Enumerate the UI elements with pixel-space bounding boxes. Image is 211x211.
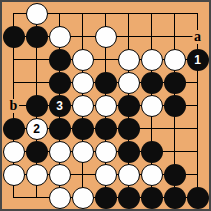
- grid-hline: [13, 13, 25, 15]
- intersection-c4-r6[interactable]: [71, 117, 94, 140]
- intersection-c8-r4[interactable]: [163, 71, 186, 94]
- grid-vline: [197, 117, 199, 140]
- intersection-c2-r7[interactable]: [25, 140, 48, 163]
- black-stone: [26, 95, 48, 117]
- white-stone: [49, 141, 71, 163]
- grid-vline: [13, 71, 15, 94]
- intersection-c9-r1[interactable]: [186, 2, 209, 25]
- intersection-c1-r4[interactable]: [2, 71, 25, 94]
- intersection-c5-r9[interactable]: [94, 186, 117, 209]
- intersection-c9-r2[interactable]: a: [186, 25, 209, 48]
- white-stone: [72, 49, 94, 71]
- black-stone: [187, 187, 209, 209]
- white-stone: [95, 26, 117, 48]
- grid-vline: [105, 48, 107, 71]
- intersection-c1-r7[interactable]: [2, 140, 25, 163]
- grid-vline: [151, 25, 153, 48]
- grid-vline: [174, 117, 176, 140]
- white-stone: [72, 187, 94, 209]
- intersection-c5-r8[interactable]: [94, 163, 117, 186]
- black-stone: [118, 118, 140, 140]
- white-stone: 2: [26, 118, 48, 140]
- white-stone: [164, 49, 186, 71]
- grid-vline: [36, 71, 38, 94]
- intersection-c4-r8[interactable]: [71, 163, 94, 186]
- intersection-c7-r9[interactable]: [140, 186, 163, 209]
- intersection-c5-r6[interactable]: [94, 117, 117, 140]
- intersection-c6-r1[interactable]: [117, 2, 140, 25]
- white-stone: [95, 164, 117, 186]
- black-stone: 1: [187, 49, 209, 71]
- black-stone: [3, 26, 25, 48]
- intersection-c6-r6[interactable]: [117, 117, 140, 140]
- white-stone: [95, 95, 117, 117]
- black-stone: [118, 187, 140, 209]
- intersection-c6-r2[interactable]: [117, 25, 140, 48]
- grid-vline: [151, 117, 153, 140]
- black-stone: [164, 187, 186, 209]
- grid-vline: [82, 25, 84, 48]
- intersection-c3-r6[interactable]: [48, 117, 71, 140]
- intersection-c4-r9[interactable]: [71, 186, 94, 209]
- grid-vline: [59, 13, 61, 25]
- grid-vline: [197, 13, 199, 25]
- intersection-c1-r1[interactable]: [2, 2, 25, 25]
- intersection-c4-r4[interactable]: [71, 71, 94, 94]
- intersection-c5-r2[interactable]: [94, 25, 117, 48]
- white-stone: [72, 72, 94, 94]
- intersection-c4-r2[interactable]: [71, 25, 94, 48]
- white-stone: [26, 3, 48, 25]
- intersection-c7-r7[interactable]: [140, 140, 163, 163]
- intersection-c9-r4[interactable]: [186, 71, 209, 94]
- intersection-c6-r3[interactable]: [117, 48, 140, 71]
- intersection-c3-r2[interactable]: [48, 25, 71, 48]
- move-number-3: 3: [56, 100, 63, 112]
- intersection-c3-r4[interactable]: [48, 71, 71, 94]
- intersection-c8-r6[interactable]: [163, 117, 186, 140]
- intersection-c6-r4[interactable]: [117, 71, 140, 94]
- move-number-1: 1: [194, 54, 201, 66]
- intersection-c3-r5[interactable]: 3: [48, 94, 71, 117]
- intersection-c3-r8[interactable]: [48, 163, 71, 186]
- intersection-c4-r1[interactable]: [71, 2, 94, 25]
- grid-vline: [128, 25, 130, 48]
- intersection-c5-r5[interactable]: [94, 94, 117, 117]
- go-board: a1b32: [0, 0, 211, 211]
- intersection-c1-r2[interactable]: [2, 25, 25, 48]
- black-stone: [95, 72, 117, 94]
- white-stone: [141, 49, 163, 71]
- white-stone: [118, 164, 140, 186]
- intersection-c8-r8[interactable]: [163, 163, 186, 186]
- intersection-c2-r6[interactable]: 2: [25, 117, 48, 140]
- grid-vline: [13, 186, 15, 198]
- white-stone: [72, 141, 94, 163]
- black-stone: [95, 187, 117, 209]
- grid-vline: [13, 48, 15, 71]
- black-stone: [164, 72, 186, 94]
- white-stone: [118, 49, 140, 71]
- black-stone: [141, 187, 163, 209]
- grid-vline: [36, 186, 38, 198]
- intersection-c2-r3[interactable]: [25, 48, 48, 71]
- intersection-c3-r1[interactable]: [48, 2, 71, 25]
- grid-vline: [82, 13, 84, 25]
- white-stone: [49, 26, 71, 48]
- black-stone: [141, 72, 163, 94]
- intersection-c4-r7[interactable]: [71, 140, 94, 163]
- black-stone: [49, 118, 71, 140]
- intersection-c7-r8[interactable]: [140, 163, 163, 186]
- white-stone: [95, 141, 117, 163]
- intersection-c7-r6[interactable]: [140, 117, 163, 140]
- intersection-c1-r5[interactable]: b: [2, 94, 25, 117]
- intersection-c1-r9[interactable]: [2, 186, 25, 209]
- white-stone: [141, 95, 163, 117]
- intersection-c5-r1[interactable]: [94, 2, 117, 25]
- white-stone: [141, 164, 163, 186]
- grid-vline: [174, 25, 176, 48]
- move-number-2: 2: [33, 123, 40, 135]
- intersection-c7-r3[interactable]: [140, 48, 163, 71]
- black-stone: [49, 49, 71, 71]
- grid-vline: [36, 48, 38, 71]
- white-stone: [3, 141, 25, 163]
- go-board-grid: a1b32: [2, 2, 209, 209]
- grid-hline: [13, 197, 25, 199]
- intersection-c4-r5[interactable]: [71, 94, 94, 117]
- intersection-c2-r9[interactable]: [25, 186, 48, 209]
- black-stone: [118, 95, 140, 117]
- intersection-c3-r3[interactable]: [48, 48, 71, 71]
- black-stone: 3: [49, 95, 71, 117]
- grid-vline: [174, 140, 176, 163]
- intersection-c3-r9[interactable]: [48, 186, 71, 209]
- grid-vline: [174, 13, 176, 25]
- intersection-c8-r5[interactable]: [163, 94, 186, 117]
- grid-vline: [197, 94, 199, 117]
- intersection-c9-r6[interactable]: [186, 117, 209, 140]
- point-label-a[interactable]: a: [192, 30, 203, 44]
- grid-vline: [197, 140, 199, 163]
- intersection-c7-r4[interactable]: [140, 71, 163, 94]
- white-stone: [118, 72, 140, 94]
- grid-vline: [13, 13, 15, 25]
- black-stone: [72, 118, 94, 140]
- black-stone: [118, 141, 140, 163]
- white-stone: [72, 95, 94, 117]
- intersection-c8-r7[interactable]: [163, 140, 186, 163]
- black-stone: [95, 118, 117, 140]
- intersection-c5-r3[interactable]: [94, 48, 117, 71]
- black-stone: [49, 72, 71, 94]
- intersection-c6-r7[interactable]: [117, 140, 140, 163]
- grid-vline: [105, 13, 107, 25]
- intersection-c8-r1[interactable]: [163, 2, 186, 25]
- intersection-c8-r3[interactable]: [163, 48, 186, 71]
- intersection-c7-r5[interactable]: [140, 94, 163, 117]
- intersection-c7-r2[interactable]: [140, 25, 163, 48]
- grid-hline: [13, 82, 25, 84]
- white-stone: [49, 164, 71, 186]
- intersection-c2-r2[interactable]: [25, 25, 48, 48]
- grid-hline: [13, 59, 25, 61]
- intersection-c5-r7[interactable]: [94, 140, 117, 163]
- black-stone: [3, 118, 25, 140]
- intersection-c9-r5[interactable]: [186, 94, 209, 117]
- grid-vline: [82, 163, 84, 186]
- grid-vline: [151, 13, 153, 25]
- grid-vline: [128, 13, 130, 25]
- black-stone: [164, 95, 186, 117]
- intersection-c3-r7[interactable]: [48, 140, 71, 163]
- intersection-c9-r7[interactable]: [186, 140, 209, 163]
- intersection-c2-r4[interactable]: [25, 71, 48, 94]
- intersection-c4-r3[interactable]: [71, 48, 94, 71]
- intersection-c2-r5[interactable]: [25, 94, 48, 117]
- intersection-c9-r8[interactable]: [186, 163, 209, 186]
- black-stone: [26, 26, 48, 48]
- white-stone: [3, 164, 25, 186]
- intersection-c7-r1[interactable]: [140, 2, 163, 25]
- intersection-c6-r9[interactable]: [117, 186, 140, 209]
- intersection-c1-r3[interactable]: [2, 48, 25, 71]
- black-stone: [26, 141, 48, 163]
- intersection-c6-r5[interactable]: [117, 94, 140, 117]
- intersection-c1-r6[interactable]: [2, 117, 25, 140]
- point-label-b[interactable]: b: [8, 99, 20, 113]
- white-stone: [49, 187, 71, 209]
- intersection-c8-r9[interactable]: [163, 186, 186, 209]
- white-stone: [26, 164, 48, 186]
- grid-vline: [197, 163, 199, 186]
- black-stone: [141, 141, 163, 163]
- intersection-c2-r8[interactable]: [25, 163, 48, 186]
- intersection-c9-r9[interactable]: [186, 186, 209, 209]
- intersection-c8-r2[interactable]: [163, 25, 186, 48]
- intersection-c1-r8[interactable]: [2, 163, 25, 186]
- intersection-c2-r1[interactable]: [25, 2, 48, 25]
- intersection-c9-r3[interactable]: 1: [186, 48, 209, 71]
- intersection-c6-r8[interactable]: [117, 163, 140, 186]
- intersection-c5-r4[interactable]: [94, 71, 117, 94]
- grid-vline: [197, 71, 199, 94]
- black-stone: [164, 164, 186, 186]
